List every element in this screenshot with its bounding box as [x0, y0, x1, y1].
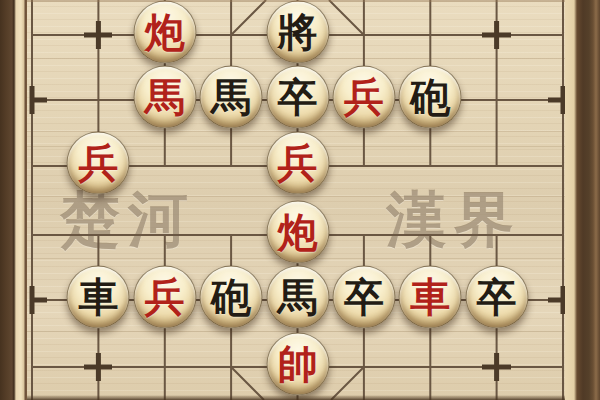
board-edge-top	[27, 0, 565, 2]
piece-glyph: 兵	[78, 142, 118, 182]
piece-black-cannon-g4[interactable]: 砲	[399, 66, 462, 129]
pieces-layer: 炮將馬馬卒兵砲兵兵炮車兵砲馬卒車卒帥	[0, 0, 600, 400]
piece-red-soldier-f4[interactable]: 兵	[332, 66, 395, 129]
piece-black-soldier-e4[interactable]: 卒	[266, 66, 329, 129]
piece-glyph: 帥	[278, 343, 318, 383]
piece-red-soldier-e5[interactable]: 兵	[266, 132, 329, 195]
piece-glyph: 卒	[278, 76, 318, 116]
piece-red-cannon-c3[interactable]: 炮	[133, 1, 196, 64]
piece-red-soldier-c7[interactable]: 兵	[133, 266, 196, 329]
piece-red-chariot-g7[interactable]: 車	[399, 266, 462, 329]
piece-glyph: 車	[78, 276, 118, 316]
piece-glyph: 卒	[344, 276, 384, 316]
piece-glyph: 砲	[410, 76, 450, 116]
piece-red-general-e8[interactable]: 帥	[266, 333, 329, 396]
piece-black-chariot-b7[interactable]: 車	[67, 266, 130, 329]
piece-glyph: 炮	[145, 11, 185, 51]
piece-glyph: 將	[278, 11, 318, 51]
piece-glyph: 炮	[278, 211, 318, 251]
board-frame-left	[0, 0, 27, 400]
xiangqi-board-screen: 楚河 漢界 炮將馬馬卒兵砲兵兵炮車兵砲馬卒車卒帥	[0, 0, 600, 400]
piece-red-soldier-b5[interactable]: 兵	[67, 132, 130, 195]
piece-glyph: 砲	[211, 276, 251, 316]
piece-glyph: 兵	[344, 76, 384, 116]
piece-black-horse-e7[interactable]: 馬	[266, 266, 329, 329]
piece-glyph: 馬	[211, 76, 251, 116]
piece-black-soldier-h7[interactable]: 卒	[465, 266, 528, 329]
piece-glyph: 馬	[278, 276, 318, 316]
board-edge-bottom	[27, 395, 565, 400]
piece-glyph: 兵	[278, 142, 318, 182]
piece-black-cannon-d7[interactable]: 砲	[200, 266, 263, 329]
piece-glyph: 馬	[145, 76, 185, 116]
piece-black-horse-d4[interactable]: 馬	[200, 66, 263, 129]
piece-red-cannon-e6[interactable]: 炮	[266, 201, 329, 264]
piece-red-horse-c4[interactable]: 馬	[133, 66, 196, 129]
piece-glyph: 車	[410, 276, 450, 316]
piece-glyph: 兵	[145, 276, 185, 316]
piece-glyph: 卒	[477, 276, 517, 316]
piece-black-general-e3[interactable]: 將	[266, 1, 329, 64]
board-frame-right	[565, 0, 600, 400]
piece-black-soldier-f7[interactable]: 卒	[332, 266, 395, 329]
